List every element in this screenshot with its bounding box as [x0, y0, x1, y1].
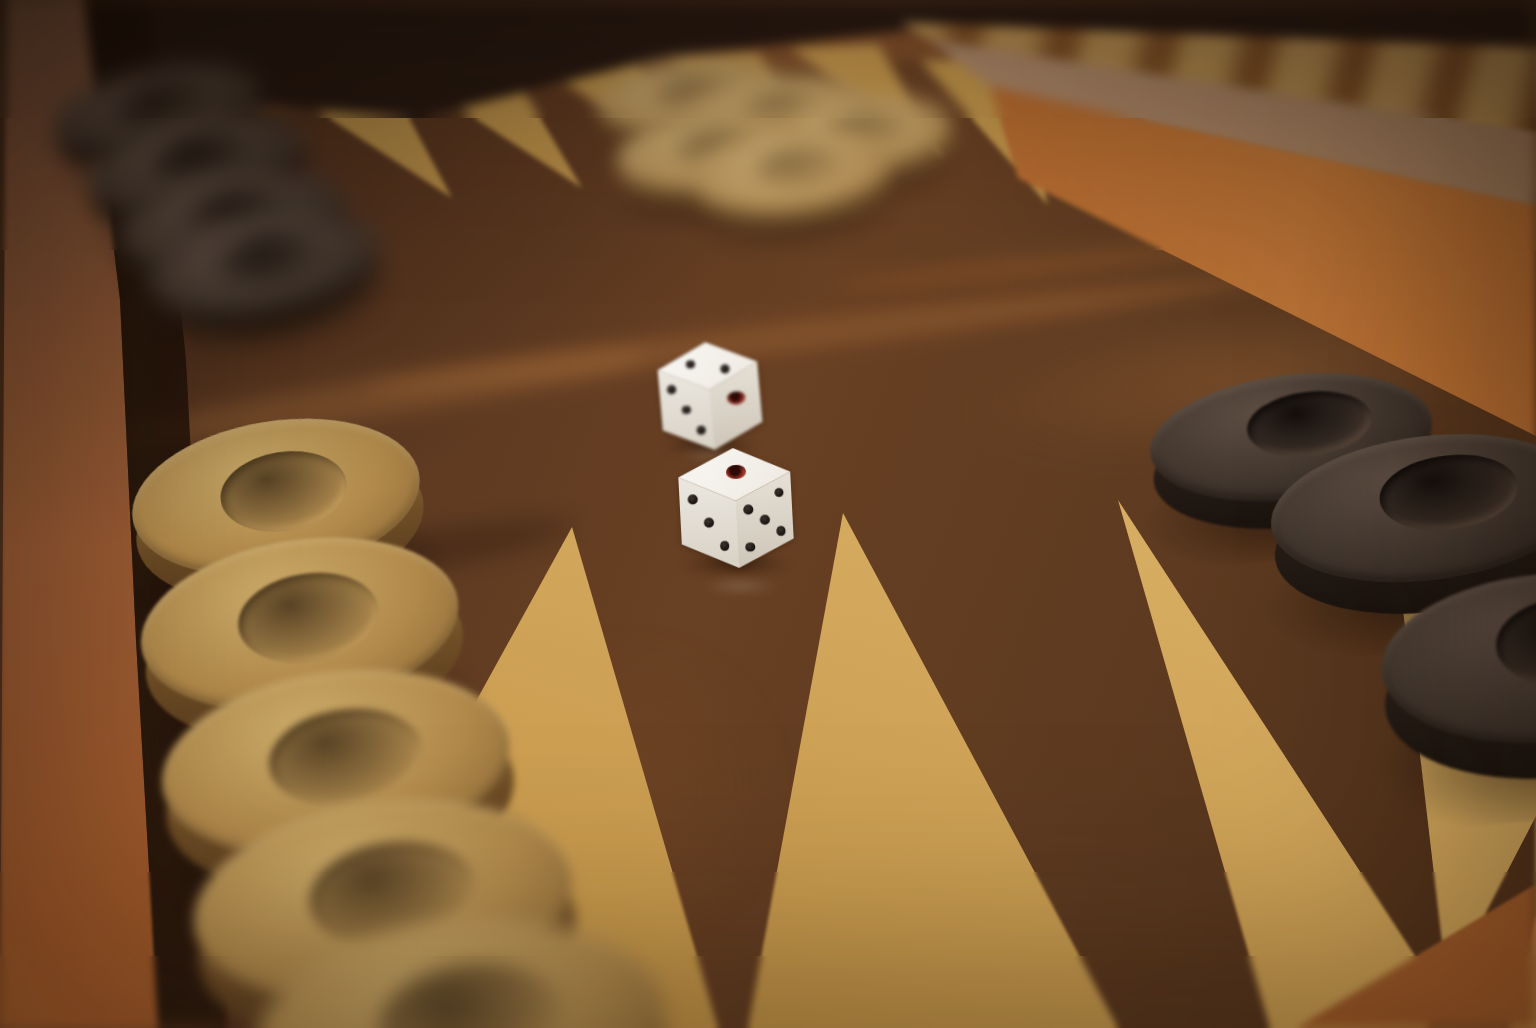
die-reflection	[700, 576, 780, 596]
pip	[760, 515, 770, 525]
pip	[667, 385, 676, 394]
pip	[745, 542, 755, 552]
backgammon-board-photo	[0, 0, 1536, 1028]
pip	[688, 494, 698, 504]
die-far	[655, 338, 764, 454]
pip	[743, 505, 753, 515]
pip	[682, 405, 691, 414]
pip	[774, 488, 784, 498]
pip	[776, 526, 786, 536]
die-reflection	[678, 446, 742, 462]
pip	[686, 360, 695, 369]
dice-layer	[0, 0, 1536, 1028]
red-pip	[727, 391, 746, 405]
pip	[696, 426, 705, 435]
die-near	[677, 445, 795, 571]
pip	[720, 364, 729, 373]
pip	[704, 518, 714, 528]
red-pip	[726, 464, 747, 479]
pip	[720, 541, 730, 551]
